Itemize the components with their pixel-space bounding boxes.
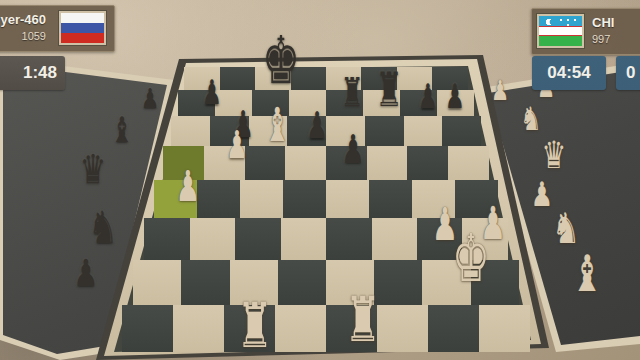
white-pawn-b5[interactable]: ♟ (212, 126, 262, 164)
square-d4[interactable] (283, 180, 326, 218)
black-pawn-a7[interactable]: ♟ (190, 76, 234, 110)
white-king-g2[interactable]: ♚ (429, 226, 514, 291)
white-pawn-captured-0[interactable]: ♟ (480, 78, 520, 106)
white-rook-c1[interactable]: ♜ (215, 294, 296, 356)
square-g6[interactable] (404, 116, 443, 146)
black-pawn-captured-4[interactable]: ♟ (58, 254, 113, 292)
square-b3[interactable] (190, 218, 235, 260)
square-d5[interactable] (285, 146, 326, 180)
square-g5[interactable] (407, 146, 448, 180)
white-bishop-captured-6[interactable]: ♝ (550, 248, 624, 298)
black-pawn-captured-0[interactable]: ♟ (130, 86, 170, 114)
black-pawn-h7[interactable]: ♟ (433, 80, 477, 114)
black-king-c8[interactable]: ♚ (239, 28, 324, 93)
player-right-name: CHI (592, 16, 614, 30)
square-h6[interactable] (442, 116, 481, 146)
clock-left: 1:48 (0, 56, 65, 90)
russia-flag (59, 11, 106, 45)
square-e4[interactable] (326, 180, 369, 218)
square-f3[interactable] (372, 218, 417, 260)
clock-right-time: 04:54 (547, 63, 590, 82)
square-g1[interactable] (428, 305, 479, 352)
white-knight-captured-2[interactable]: ♞ (507, 102, 555, 135)
square-a3[interactable] (144, 218, 189, 260)
clock-right: 04:54 (532, 56, 606, 90)
black-pawn-e5[interactable]: ♟ (327, 130, 379, 170)
clock-left-time: 1:48 (23, 63, 57, 82)
game-screen: ♚♟♜♜♟♟♟♟♟♝♟♟♟♟♚♜♜♟♝♛♞♟♟♟♞♛♟♞♝ yer-460 10… (0, 0, 640, 360)
square-a2[interactable] (133, 260, 181, 305)
player-left-rating: 1059 (22, 30, 46, 42)
white-pawn-a5[interactable]: ♟ (160, 165, 215, 208)
square-f4[interactable] (369, 180, 412, 218)
white-knight-captured-5[interactable]: ♞ (535, 207, 598, 250)
black-knight-captured-3[interactable]: ♞ (70, 205, 136, 250)
square-h1[interactable] (479, 305, 530, 352)
black-bishop-captured-1[interactable]: ♝ (96, 113, 148, 148)
clock-right-2-time: 0 (626, 63, 635, 82)
clock-right-2: 0 (616, 56, 640, 90)
white-rook-e1[interactable]: ♜ (323, 288, 404, 350)
player-left-name: yer-460 (0, 13, 46, 27)
square-d3[interactable] (281, 218, 326, 260)
player-right-rating: 997 (592, 33, 610, 45)
square-e3[interactable] (326, 218, 371, 260)
uzbekistan-flag (537, 14, 584, 48)
square-a1[interactable] (122, 305, 173, 352)
square-c4[interactable] (240, 180, 283, 218)
player-panel-left: yer-460 1059 (0, 5, 115, 52)
white-queen-captured-3[interactable]: ♛ (526, 136, 581, 174)
square-a6[interactable] (171, 116, 210, 146)
player-panel-right: CHI 997 (531, 8, 640, 55)
square-c3[interactable] (235, 218, 280, 260)
black-queen-captured-2[interactable]: ♛ (64, 149, 123, 189)
square-h5[interactable] (448, 146, 489, 180)
